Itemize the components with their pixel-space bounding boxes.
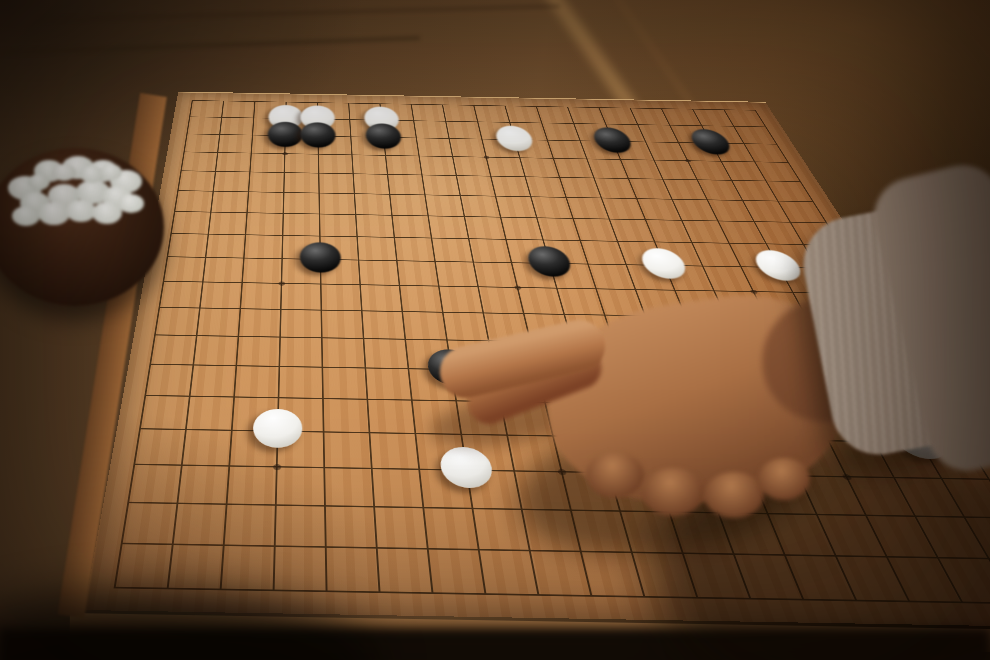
stone-white-D5 [252,409,302,449]
hoshi-point [514,286,522,290]
bowl-stone [28,174,50,190]
bowl-stone [118,194,144,213]
bowl-stone [52,164,76,181]
knuckle [586,452,644,498]
bowl-stone [100,164,122,180]
hoshi-point [483,156,489,159]
knuckle [758,458,810,500]
bowl-stone [12,206,40,226]
knuckle [704,472,764,518]
stone-black-E17 [300,122,336,148]
bowl-white-stones-pile [0,150,160,230]
go-photo-scene [0,0,990,660]
stone-black-E11 [300,242,342,273]
knuckle [642,468,704,516]
stone-black-D17 [267,121,303,147]
bowl-stone [38,202,70,225]
hoshi-point [282,152,288,155]
hoshi-point [278,281,285,285]
hoshi-point [273,464,281,470]
